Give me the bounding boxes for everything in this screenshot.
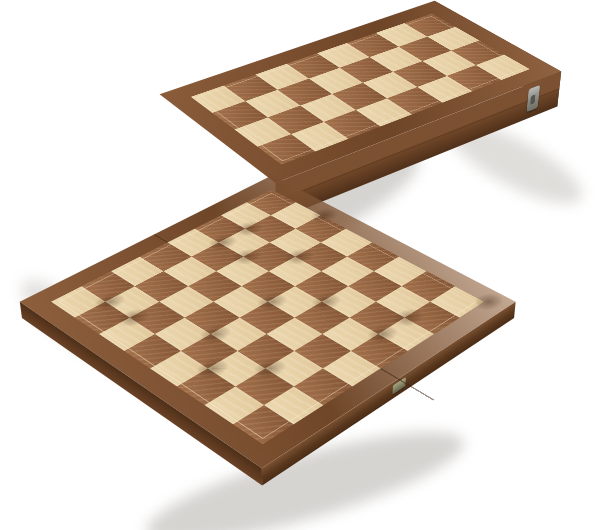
board-playing-area: ♜♞♝♛♚♟♟♜♜♞♝♛♚♟♟ xyxy=(20,175,516,468)
rook-glyph: ♜ xyxy=(468,261,509,306)
knight-glyph: ♞ xyxy=(111,272,157,323)
product-photo-scene: ♜♞♝♛♚♟♟♜♜♞♝♛♚♟♟ xyxy=(0,0,610,530)
knight-glyph: ♞ xyxy=(246,320,294,374)
folded-chess-box xyxy=(162,34,557,220)
bishop-glyph: ♝ xyxy=(303,255,350,307)
box-clasp-icon xyxy=(527,85,540,112)
queen-glyph: ♛ xyxy=(356,280,410,340)
pawn-glyph: ♟ xyxy=(230,222,265,261)
chess-board: ♜♞♝♛♚♟♟♜♜♞♝♛♚♟♟ xyxy=(22,191,514,486)
pawn-glyph: ♟ xyxy=(254,265,290,305)
king-glyph: ♚ xyxy=(299,164,350,221)
square-a7 xyxy=(264,386,323,424)
rook-glyph: ♜ xyxy=(191,325,234,373)
